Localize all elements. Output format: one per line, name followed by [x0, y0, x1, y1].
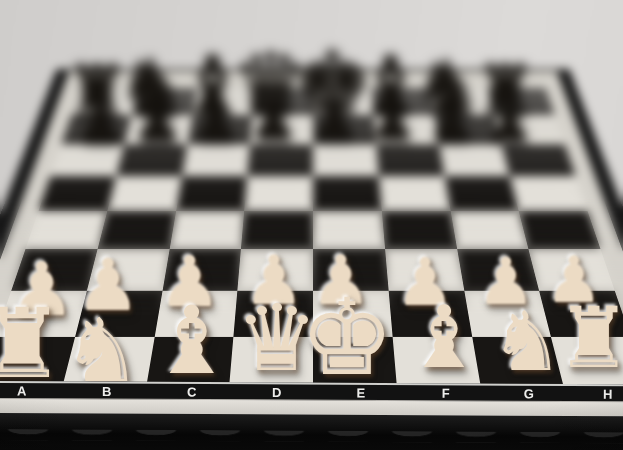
white-rook-a1[interactable]: ♜: [0, 296, 65, 392]
white-bishop-c1[interactable]: ♝: [150, 294, 234, 388]
file-label-g: G: [524, 386, 535, 401]
white-rook-h1[interactable]: ♜: [556, 296, 623, 380]
file-label-e: E: [356, 385, 365, 400]
white-bishop-f1[interactable]: ♝: [405, 294, 482, 380]
white-king-e1[interactable]: ♚: [299, 285, 394, 391]
file-label-d: D: [272, 384, 282, 399]
file-label-h: H: [603, 386, 613, 401]
white-knight-g1[interactable]: ♞: [490, 301, 564, 383]
file-coordinate-strip: ABCDEFGH: [0, 381, 623, 402]
file-label-c: C: [187, 384, 197, 399]
file-label-a: A: [17, 383, 27, 398]
file-label-b: B: [102, 384, 112, 399]
file-label-f: F: [442, 385, 451, 400]
chess-photo: ♜♞♝♛♚♝♞♜♟♟♟♟♟♟♟♟ ♟♟♟♟♟♟♟♟♜♞♝♛♚♝♞♜ ABCDEF…: [0, 0, 623, 450]
